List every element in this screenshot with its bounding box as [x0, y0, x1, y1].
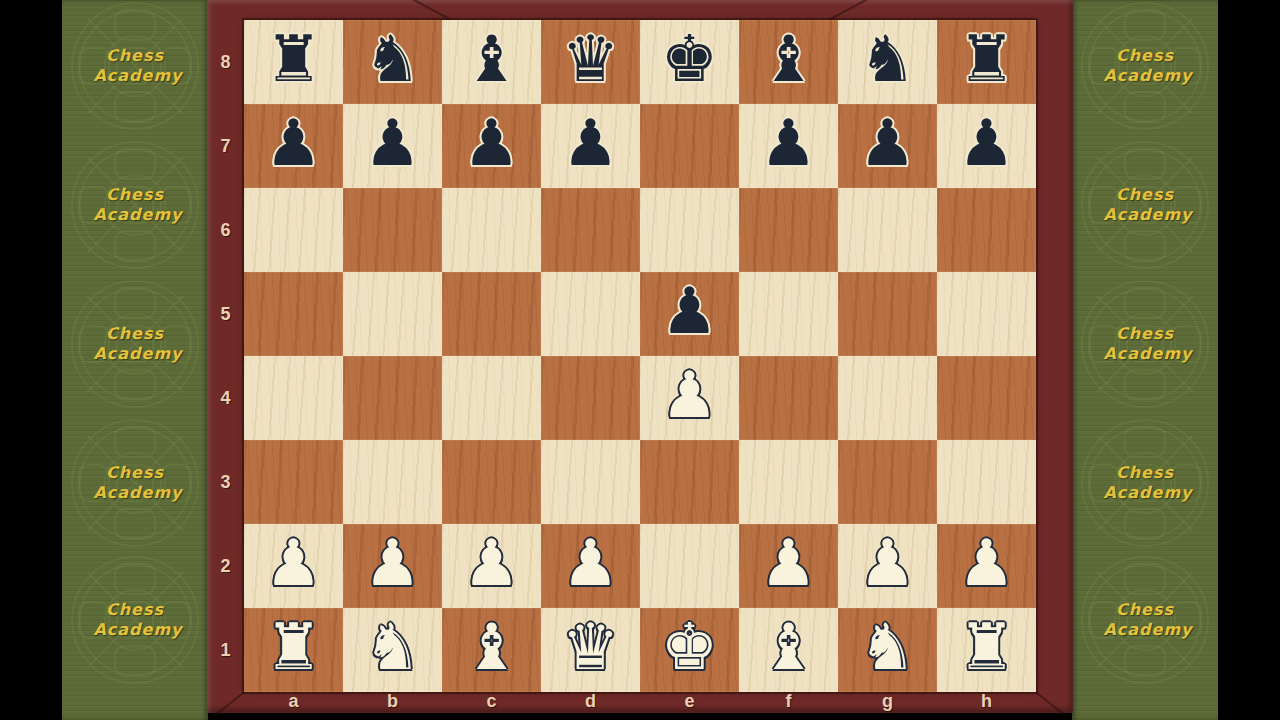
square-c2[interactable]: ♟: [442, 524, 541, 608]
file-label-g: g: [838, 690, 937, 713]
square-h1[interactable]: ♜: [937, 608, 1036, 692]
square-a5[interactable]: [244, 272, 343, 356]
file-label-a: a: [244, 690, 343, 713]
square-f5[interactable]: [739, 272, 838, 356]
square-c7[interactable]: ♟: [442, 104, 541, 188]
square-h3[interactable]: [937, 440, 1036, 524]
brand-line1: Chess: [1116, 324, 1174, 344]
square-f4[interactable]: [739, 356, 838, 440]
square-d7[interactable]: ♟: [541, 104, 640, 188]
brand-block: ChessAcademy: [62, 550, 208, 690]
black-king-e8[interactable]: ♚: [661, 17, 718, 101]
file-label-f: f: [739, 690, 838, 713]
square-g4[interactable]: [838, 356, 937, 440]
file-label-h: h: [937, 690, 1036, 713]
brand-line1: Chess: [1116, 600, 1174, 620]
square-a3[interactable]: [244, 440, 343, 524]
brand-line2: Academy: [93, 205, 182, 225]
square-h5[interactable]: [937, 272, 1036, 356]
square-g1[interactable]: ♞: [838, 608, 937, 692]
square-e1[interactable]: ♚: [640, 608, 739, 692]
square-b1[interactable]: ♞: [343, 608, 442, 692]
square-g5[interactable]: [838, 272, 937, 356]
black-pawn-d7[interactable]: ♟: [562, 101, 619, 185]
brand-line1: Chess: [1116, 46, 1174, 66]
square-f3[interactable]: [739, 440, 838, 524]
white-pawn-a2[interactable]: ♟: [265, 521, 322, 605]
chess-academy-logo-text: ChessAcademy: [1072, 550, 1218, 690]
brand-block: ChessAcademy: [62, 413, 208, 553]
black-pawn-g7[interactable]: ♟: [859, 101, 916, 185]
white-pawn-e4[interactable]: ♟: [661, 353, 718, 437]
square-c1[interactable]: ♝: [442, 608, 541, 692]
square-b2[interactable]: ♟: [343, 524, 442, 608]
square-d6[interactable]: [541, 188, 640, 272]
brand-block: ChessAcademy: [62, 274, 208, 414]
black-knight-g8[interactable]: ♞: [859, 17, 916, 101]
chess-academy-logo-text: ChessAcademy: [62, 0, 208, 136]
black-knight-b8[interactable]: ♞: [364, 17, 421, 101]
white-rook-h1[interactable]: ♜: [958, 605, 1015, 689]
file-label-c: c: [442, 690, 541, 713]
right-banner-panel: ChessAcademyChessAcademyChessAcademyChes…: [1072, 0, 1218, 720]
square-e7[interactable]: [640, 104, 739, 188]
rank-label-2: 2: [207, 524, 244, 608]
square-f2[interactable]: ♟: [739, 524, 838, 608]
chess-board: ♜♞♝♛♚♝♞♜♟♟♟♟♟♟♟♟♟♟♟♟♟♟♟♟♜♞♝♛♚♝♞♜: [244, 20, 1036, 692]
rank-label-6: 6: [207, 188, 244, 272]
white-bishop-f1[interactable]: ♝: [760, 605, 817, 689]
board-frame: 87654321 ♜♞♝♛♚♝♞♜♟♟♟♟♟♟♟♟♟♟♟♟♟♟♟♟♜♞♝♛♚♝♞…: [207, 0, 1073, 713]
square-g6[interactable]: [838, 188, 937, 272]
square-f1[interactable]: ♝: [739, 608, 838, 692]
chess-academy-logo-text: ChessAcademy: [62, 413, 208, 553]
black-pawn-e5[interactable]: ♟: [661, 269, 718, 353]
square-d8[interactable]: ♛: [541, 20, 640, 104]
square-f8[interactable]: ♝: [739, 20, 838, 104]
square-a4[interactable]: [244, 356, 343, 440]
brand-block: ChessAcademy: [1072, 274, 1218, 414]
square-h7[interactable]: ♟: [937, 104, 1036, 188]
square-e4[interactable]: ♟: [640, 356, 739, 440]
left-banner-panel: ChessAcademyChessAcademyChessAcademyChes…: [62, 0, 208, 720]
square-f6[interactable]: [739, 188, 838, 272]
square-a1[interactable]: ♜: [244, 608, 343, 692]
brand-line2: Academy: [93, 483, 182, 503]
square-d1[interactable]: ♛: [541, 608, 640, 692]
white-king-e1[interactable]: ♚: [661, 605, 718, 689]
black-pawn-f7[interactable]: ♟: [760, 101, 817, 185]
chess-academy-logo-text: ChessAcademy: [1072, 413, 1218, 553]
black-bishop-f8[interactable]: ♝: [760, 17, 817, 101]
brand-line1: Chess: [106, 324, 164, 344]
brand-block: ChessAcademy: [1072, 550, 1218, 690]
square-c6[interactable]: [442, 188, 541, 272]
white-pawn-b2[interactable]: ♟: [364, 521, 421, 605]
brand-line2: Academy: [1103, 205, 1192, 225]
square-e2[interactable]: [640, 524, 739, 608]
brand-line2: Academy: [1103, 344, 1192, 364]
square-c3[interactable]: [442, 440, 541, 524]
white-pawn-g2[interactable]: ♟: [859, 521, 916, 605]
brand-line2: Academy: [93, 66, 182, 86]
black-pawn-a7[interactable]: ♟: [265, 101, 322, 185]
rank-label-1: 1: [207, 608, 244, 692]
square-b6[interactable]: [343, 188, 442, 272]
white-pawn-f2[interactable]: ♟: [760, 521, 817, 605]
square-h6[interactable]: [937, 188, 1036, 272]
rank-label-5: 5: [207, 272, 244, 356]
chess-academy-logo-text: ChessAcademy: [62, 550, 208, 690]
square-c5[interactable]: [442, 272, 541, 356]
chess-academy-logo-text: ChessAcademy: [1072, 274, 1218, 414]
square-h4[interactable]: [937, 356, 1036, 440]
square-h8[interactable]: ♜: [937, 20, 1036, 104]
file-label-e: e: [640, 690, 739, 713]
brand-line1: Chess: [106, 463, 164, 483]
rank-label-8: 8: [207, 20, 244, 104]
chess-academy-logo-text: ChessAcademy: [62, 274, 208, 414]
white-pawn-c2[interactable]: ♟: [463, 521, 520, 605]
white-bishop-c1[interactable]: ♝: [463, 605, 520, 689]
square-c4[interactable]: [442, 356, 541, 440]
video-frame: ChessAcademyChessAcademyChessAcademyChes…: [0, 0, 1280, 720]
square-g8[interactable]: ♞: [838, 20, 937, 104]
black-bishop-c8[interactable]: ♝: [463, 17, 520, 101]
file-label-b: b: [343, 690, 442, 713]
square-e8[interactable]: ♚: [640, 20, 739, 104]
square-b5[interactable]: [343, 272, 442, 356]
brand-line2: Academy: [1103, 620, 1192, 640]
brand-block: ChessAcademy: [1072, 0, 1218, 136]
chess-academy-logo-text: ChessAcademy: [1072, 135, 1218, 275]
square-g2[interactable]: ♟: [838, 524, 937, 608]
square-g3[interactable]: [838, 440, 937, 524]
brand-line1: Chess: [106, 600, 164, 620]
square-f7[interactable]: ♟: [739, 104, 838, 188]
square-e3[interactable]: [640, 440, 739, 524]
rank-label-7: 7: [207, 104, 244, 188]
white-queen-d1[interactable]: ♛: [562, 605, 619, 689]
rank-label-4: 4: [207, 356, 244, 440]
square-b7[interactable]: ♟: [343, 104, 442, 188]
white-knight-b1[interactable]: ♞: [364, 605, 421, 689]
square-h2[interactable]: ♟: [937, 524, 1036, 608]
brand-block: ChessAcademy: [62, 0, 208, 136]
rank-label-3: 3: [207, 440, 244, 524]
square-c8[interactable]: ♝: [442, 20, 541, 104]
square-d4[interactable]: [541, 356, 640, 440]
chess-academy-logo-text: ChessAcademy: [1072, 0, 1218, 136]
square-e6[interactable]: [640, 188, 739, 272]
square-a8[interactable]: ♜: [244, 20, 343, 104]
brand-line2: Academy: [1103, 66, 1192, 86]
square-b4[interactable]: [343, 356, 442, 440]
square-d5[interactable]: [541, 272, 640, 356]
brand-block: ChessAcademy: [62, 135, 208, 275]
black-pawn-h7[interactable]: ♟: [958, 101, 1015, 185]
black-pawn-b7[interactable]: ♟: [364, 101, 421, 185]
square-a2[interactable]: ♟: [244, 524, 343, 608]
square-b3[interactable]: [343, 440, 442, 524]
brand-line1: Chess: [1116, 463, 1174, 483]
black-pawn-c7[interactable]: ♟: [463, 101, 520, 185]
white-pawn-h2[interactable]: ♟: [958, 521, 1015, 605]
square-e5[interactable]: ♟: [640, 272, 739, 356]
brand-line2: Academy: [1103, 483, 1192, 503]
black-rook-h8[interactable]: ♜: [958, 17, 1015, 101]
brand-line1: Chess: [1116, 185, 1174, 205]
rank-coordinates: 87654321: [207, 20, 244, 692]
square-d2[interactable]: ♟: [541, 524, 640, 608]
brand-block: ChessAcademy: [1072, 135, 1218, 275]
black-rook-a8[interactable]: ♜: [265, 17, 322, 101]
square-b8[interactable]: ♞: [343, 20, 442, 104]
square-a7[interactable]: ♟: [244, 104, 343, 188]
square-a6[interactable]: [244, 188, 343, 272]
file-label-d: d: [541, 690, 640, 713]
brand-line1: Chess: [106, 46, 164, 66]
chess-academy-logo-text: ChessAcademy: [62, 135, 208, 275]
file-coordinates: abcdefgh: [244, 690, 1036, 713]
brand-line1: Chess: [106, 185, 164, 205]
brand-block: ChessAcademy: [1072, 413, 1218, 553]
brand-line2: Academy: [93, 344, 182, 364]
white-pawn-d2[interactable]: ♟: [562, 521, 619, 605]
white-knight-g1[interactable]: ♞: [859, 605, 916, 689]
black-queen-d8[interactable]: ♛: [562, 17, 619, 101]
square-g7[interactable]: ♟: [838, 104, 937, 188]
square-d3[interactable]: [541, 440, 640, 524]
brand-line2: Academy: [93, 620, 182, 640]
white-rook-a1[interactable]: ♜: [265, 605, 322, 689]
